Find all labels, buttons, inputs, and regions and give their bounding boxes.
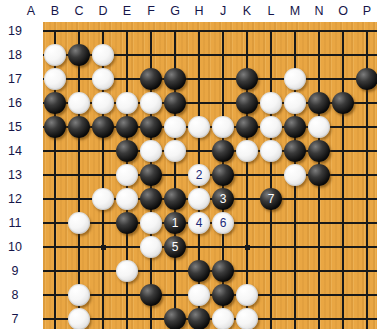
move-number-4: 4	[196, 212, 203, 234]
row-label-17: 17	[0, 71, 30, 87]
stone-black-G17[interactable]	[164, 68, 186, 90]
stone-black-N13[interactable]	[308, 164, 330, 186]
stone-black-E11[interactable]	[116, 212, 138, 234]
stone-white-K7[interactable]	[236, 308, 258, 329]
stone-black-E14[interactable]	[116, 140, 138, 162]
stone-white-E12[interactable]	[116, 188, 138, 210]
row-label-10: 10	[0, 239, 30, 255]
stone-black-M15[interactable]	[284, 116, 306, 138]
stone-black-G11[interactable]: 1	[164, 212, 186, 234]
stone-black-F8[interactable]	[140, 284, 162, 306]
stone-white-J11[interactable]: 6	[212, 212, 234, 234]
column-label-L: L	[259, 3, 283, 19]
column-label-G: G	[163, 3, 187, 19]
move-number-5: 5	[172, 236, 179, 258]
column-label-B: B	[43, 3, 67, 19]
stone-white-D18[interactable]	[92, 44, 114, 66]
column-label-H: H	[187, 3, 211, 19]
stone-white-E13[interactable]	[116, 164, 138, 186]
grid-line-horizontal	[43, 246, 377, 247]
move-number-1: 1	[172, 212, 179, 234]
stone-black-F17[interactable]	[140, 68, 162, 90]
go-board-app: ABCDEFGHJKLMNOP1918171615141312111098723…	[0, 0, 377, 329]
stone-black-C15[interactable]	[68, 116, 90, 138]
stone-white-H15[interactable]	[188, 116, 210, 138]
stone-black-O16[interactable]	[332, 92, 354, 114]
grid-line-horizontal	[43, 270, 377, 271]
grid-line-horizontal	[43, 294, 377, 295]
stone-black-G10[interactable]: 5	[164, 236, 186, 258]
stone-white-E16[interactable]	[116, 92, 138, 114]
column-label-K: K	[235, 3, 259, 19]
star-point-D10	[101, 245, 106, 250]
stone-black-J12[interactable]: 3	[212, 188, 234, 210]
stone-black-M14[interactable]	[284, 140, 306, 162]
stone-white-C16[interactable]	[68, 92, 90, 114]
stone-black-H9[interactable]	[188, 260, 210, 282]
stone-black-E15[interactable]	[116, 116, 138, 138]
stone-white-N15[interactable]	[308, 116, 330, 138]
stone-black-D15[interactable]	[92, 116, 114, 138]
row-label-11: 11	[0, 215, 30, 231]
row-label-15: 15	[0, 119, 30, 135]
stone-black-F15[interactable]	[140, 116, 162, 138]
stone-white-M13[interactable]	[284, 164, 306, 186]
stone-white-F10[interactable]	[140, 236, 162, 258]
stone-white-C7[interactable]	[68, 308, 90, 329]
grid-line-vertical	[342, 30, 343, 329]
column-label-M: M	[283, 3, 307, 19]
stone-white-J7[interactable]	[212, 308, 234, 329]
stone-white-H11[interactable]: 4	[188, 212, 210, 234]
row-label-9: 9	[0, 263, 30, 279]
stone-white-D12[interactable]	[92, 188, 114, 210]
stone-black-N14[interactable]	[308, 140, 330, 162]
stone-black-L12[interactable]: 7	[260, 188, 282, 210]
column-label-P: P	[355, 3, 377, 19]
column-label-A: A	[19, 3, 43, 19]
row-label-18: 18	[0, 47, 30, 63]
stone-black-F12[interactable]	[140, 188, 162, 210]
column-label-O: O	[331, 3, 355, 19]
stone-white-K8[interactable]	[236, 284, 258, 306]
row-label-8: 8	[0, 287, 30, 303]
stone-black-J13[interactable]	[212, 164, 234, 186]
stone-white-M17[interactable]	[284, 68, 306, 90]
stone-white-L15[interactable]	[260, 116, 282, 138]
stone-white-B17[interactable]	[44, 68, 66, 90]
row-label-16: 16	[0, 95, 30, 111]
stone-black-G16[interactable]	[164, 92, 186, 114]
grid-line-horizontal	[43, 222, 377, 223]
move-number-2: 2	[196, 164, 203, 186]
stone-white-E9[interactable]	[116, 260, 138, 282]
column-label-J: J	[211, 3, 235, 19]
row-label-19: 19	[0, 23, 30, 39]
stone-black-G12[interactable]	[164, 188, 186, 210]
stone-white-M16[interactable]	[284, 92, 306, 114]
row-label-13: 13	[0, 167, 30, 183]
stone-white-F11[interactable]	[140, 212, 162, 234]
stone-white-L14[interactable]	[260, 140, 282, 162]
stone-black-H7[interactable]	[188, 308, 210, 329]
stone-black-J14[interactable]	[212, 140, 234, 162]
stone-white-B18[interactable]	[44, 44, 66, 66]
stone-white-F14[interactable]	[140, 140, 162, 162]
stone-white-J15[interactable]	[212, 116, 234, 138]
stone-white-C11[interactable]	[68, 212, 90, 234]
stone-white-G15[interactable]	[164, 116, 186, 138]
stone-black-F13[interactable]	[140, 164, 162, 186]
stone-black-C18[interactable]	[68, 44, 90, 66]
stone-white-H13[interactable]: 2	[188, 164, 210, 186]
stone-black-K17[interactable]	[236, 68, 258, 90]
row-label-14: 14	[0, 143, 30, 159]
stone-black-P17[interactable]	[356, 68, 377, 90]
column-label-N: N	[307, 3, 331, 19]
grid-line-horizontal	[43, 30, 377, 31]
column-label-D: D	[91, 3, 115, 19]
move-number-6: 6	[220, 212, 227, 234]
move-number-3: 3	[220, 188, 227, 210]
grid-line-horizontal	[43, 318, 377, 319]
row-label-12: 12	[0, 191, 30, 207]
stone-white-G14[interactable]	[164, 140, 186, 162]
stone-white-H8[interactable]	[188, 284, 210, 306]
stone-black-B16[interactable]	[44, 92, 66, 114]
row-label-7: 7	[0, 311, 30, 327]
stone-black-J8[interactable]	[212, 284, 234, 306]
column-label-F: F	[139, 3, 163, 19]
stone-white-D16[interactable]	[92, 92, 114, 114]
column-label-E: E	[115, 3, 139, 19]
column-label-C: C	[67, 3, 91, 19]
stone-white-F16[interactable]	[140, 92, 162, 114]
stone-white-H12[interactable]	[188, 188, 210, 210]
stone-black-G7[interactable]	[164, 308, 186, 329]
move-number-7: 7	[268, 188, 275, 210]
stone-white-L16[interactable]	[260, 92, 282, 114]
star-point-K10	[245, 245, 250, 250]
stone-black-K15[interactable]	[236, 116, 258, 138]
stone-white-K14[interactable]	[236, 140, 258, 162]
stone-black-J9[interactable]	[212, 260, 234, 282]
stone-black-B15[interactable]	[44, 116, 66, 138]
stone-black-N16[interactable]	[308, 92, 330, 114]
grid-line-vertical	[270, 30, 271, 329]
stone-white-C8[interactable]	[68, 284, 90, 306]
stone-black-K16[interactable]	[236, 92, 258, 114]
stone-white-D17[interactable]	[92, 68, 114, 90]
